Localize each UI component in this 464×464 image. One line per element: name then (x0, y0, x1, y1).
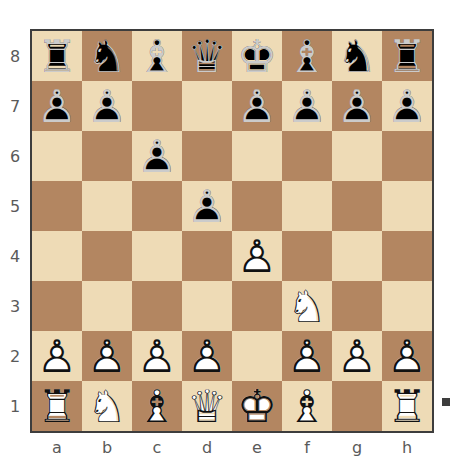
square-g4[interactable] (332, 231, 382, 281)
square-f4[interactable] (282, 231, 332, 281)
piece-black-king: ♚♔ (232, 31, 282, 81)
piece-white-pawn: ♟♙ (232, 231, 282, 281)
square-b1[interactable]: ♞♘ (82, 381, 132, 431)
square-h3[interactable] (382, 281, 432, 331)
piece-white-knight: ♞♘ (82, 381, 132, 431)
square-d6[interactable] (182, 131, 232, 181)
side-to-move-indicator (442, 398, 450, 406)
piece-white-pawn: ♟♙ (182, 331, 232, 381)
square-h6[interactable] (382, 131, 432, 181)
piece-white-queen: ♛♕ (182, 381, 232, 431)
piece-black-rook: ♜♖ (382, 31, 432, 81)
file-label-b: b (82, 433, 132, 461)
piece-white-knight: ♞♘ (282, 281, 332, 331)
square-a4[interactable] (32, 231, 82, 281)
rank-labels: 87654321 (0, 31, 30, 431)
rank-label-8: 8 (0, 31, 30, 81)
square-a6[interactable] (32, 131, 82, 181)
square-c5[interactable] (132, 181, 182, 231)
square-a5[interactable] (32, 181, 82, 231)
square-b5[interactable] (82, 181, 132, 231)
rank-label-4: 4 (0, 231, 30, 281)
piece-white-pawn: ♟♙ (32, 331, 82, 381)
piece-black-pawn: ♟♙ (132, 131, 182, 181)
piece-black-pawn: ♟♙ (182, 181, 232, 231)
rank-label-2: 2 (0, 331, 30, 381)
square-d3[interactable] (182, 281, 232, 331)
square-e7[interactable]: ♟♙ (232, 81, 282, 131)
rank-label-1: 1 (0, 381, 30, 431)
rank-label-7: 7 (0, 81, 30, 131)
piece-black-pawn: ♟♙ (282, 81, 332, 131)
piece-black-bishop: ♝♗ (132, 31, 182, 81)
rank-label-5: 5 (0, 181, 30, 231)
file-label-a: a (32, 433, 82, 461)
square-h1[interactable]: ♜♖ (382, 381, 432, 431)
square-h2[interactable]: ♟♙ (382, 331, 432, 381)
square-f2[interactable]: ♟♙ (282, 331, 332, 381)
square-c6[interactable]: ♟♙ (132, 131, 182, 181)
square-g3[interactable] (332, 281, 382, 331)
square-a8[interactable]: ♜♖ (32, 31, 82, 81)
square-g5[interactable] (332, 181, 382, 231)
piece-white-rook: ♜♖ (382, 381, 432, 431)
square-g2[interactable]: ♟♙ (332, 331, 382, 381)
square-g8[interactable]: ♞♘ (332, 31, 382, 81)
piece-white-pawn: ♟♙ (82, 331, 132, 381)
square-e8[interactable]: ♚♔ (232, 31, 282, 81)
square-e4[interactable]: ♟♙ (232, 231, 282, 281)
piece-black-pawn: ♟♙ (382, 81, 432, 131)
square-f7[interactable]: ♟♙ (282, 81, 332, 131)
square-c1[interactable]: ♝♗ (132, 381, 182, 431)
square-c8[interactable]: ♝♗ (132, 31, 182, 81)
square-d2[interactable]: ♟♙ (182, 331, 232, 381)
square-b4[interactable] (82, 231, 132, 281)
square-h4[interactable] (382, 231, 432, 281)
chess-board[interactable]: ♜♖♞♘♝♗♛♕♚♔♝♗♞♘♜♖♟♙♟♙♟♙♟♙♟♙♟♙♟♙♟♙♟♙♞♘♟♙♟♙… (30, 29, 434, 433)
piece-white-bishop: ♝♗ (282, 381, 332, 431)
file-label-h: h (382, 433, 432, 461)
piece-black-knight: ♞♘ (82, 31, 132, 81)
piece-white-pawn: ♟♙ (282, 331, 332, 381)
square-f5[interactable] (282, 181, 332, 231)
chess-diagram: 87654321 ♜♖♞♘♝♗♛♕♚♔♝♗♞♘♜♖♟♙♟♙♟♙♟♙♟♙♟♙♟♙♟… (0, 0, 464, 464)
piece-white-king: ♚♔ (232, 381, 282, 431)
file-label-g: g (332, 433, 382, 461)
piece-black-pawn: ♟♙ (332, 81, 382, 131)
piece-white-pawn: ♟♙ (332, 331, 382, 381)
square-b7[interactable]: ♟♙ (82, 81, 132, 131)
square-b8[interactable]: ♞♘ (82, 31, 132, 81)
piece-black-pawn: ♟♙ (232, 81, 282, 131)
file-labels: abcdefgh (32, 433, 432, 461)
piece-black-rook: ♜♖ (32, 31, 82, 81)
square-e1[interactable]: ♚♔ (232, 381, 282, 431)
piece-black-queen: ♛♕ (182, 31, 232, 81)
piece-black-pawn: ♟♙ (82, 81, 132, 131)
square-c2[interactable]: ♟♙ (132, 331, 182, 381)
file-label-f: f (282, 433, 332, 461)
square-b3[interactable] (82, 281, 132, 331)
square-e2[interactable] (232, 331, 282, 381)
square-b6[interactable] (82, 131, 132, 181)
square-h5[interactable] (382, 181, 432, 231)
square-a3[interactable] (32, 281, 82, 331)
file-label-d: d (182, 433, 232, 461)
square-e3[interactable] (232, 281, 282, 331)
square-d1[interactable]: ♛♕ (182, 381, 232, 431)
square-f8[interactable]: ♝♗ (282, 31, 332, 81)
file-label-e: e (232, 433, 282, 461)
square-d7[interactable] (182, 81, 232, 131)
piece-black-bishop: ♝♗ (282, 31, 332, 81)
square-g7[interactable]: ♟♙ (332, 81, 382, 131)
square-a1[interactable]: ♜♖ (32, 381, 82, 431)
piece-black-knight: ♞♘ (332, 31, 382, 81)
square-d5[interactable]: ♟♙ (182, 181, 232, 231)
square-h8[interactable]: ♜♖ (382, 31, 432, 81)
square-a7[interactable]: ♟♙ (32, 81, 82, 131)
square-d4[interactable] (182, 231, 232, 281)
square-e5[interactable] (232, 181, 282, 231)
rank-label-6: 6 (0, 131, 30, 181)
square-f1[interactable]: ♝♗ (282, 381, 332, 431)
piece-white-rook: ♜♖ (32, 381, 82, 431)
square-a2[interactable]: ♟♙ (32, 331, 82, 381)
square-g1[interactable] (332, 381, 382, 431)
square-c7[interactable] (132, 81, 182, 131)
piece-white-pawn: ♟♙ (382, 331, 432, 381)
square-g6[interactable] (332, 131, 382, 181)
square-e6[interactable] (232, 131, 282, 181)
piece-white-bishop: ♝♗ (132, 381, 182, 431)
square-c4[interactable] (132, 231, 182, 281)
square-h7[interactable]: ♟♙ (382, 81, 432, 131)
square-f3[interactable]: ♞♘ (282, 281, 332, 331)
rank-label-3: 3 (0, 281, 30, 331)
file-label-c: c (132, 433, 182, 461)
square-b2[interactable]: ♟♙ (82, 331, 132, 381)
piece-black-pawn: ♟♙ (32, 81, 82, 131)
square-f6[interactable] (282, 131, 332, 181)
square-c3[interactable] (132, 281, 182, 331)
piece-white-pawn: ♟♙ (132, 331, 182, 381)
square-d8[interactable]: ♛♕ (182, 31, 232, 81)
